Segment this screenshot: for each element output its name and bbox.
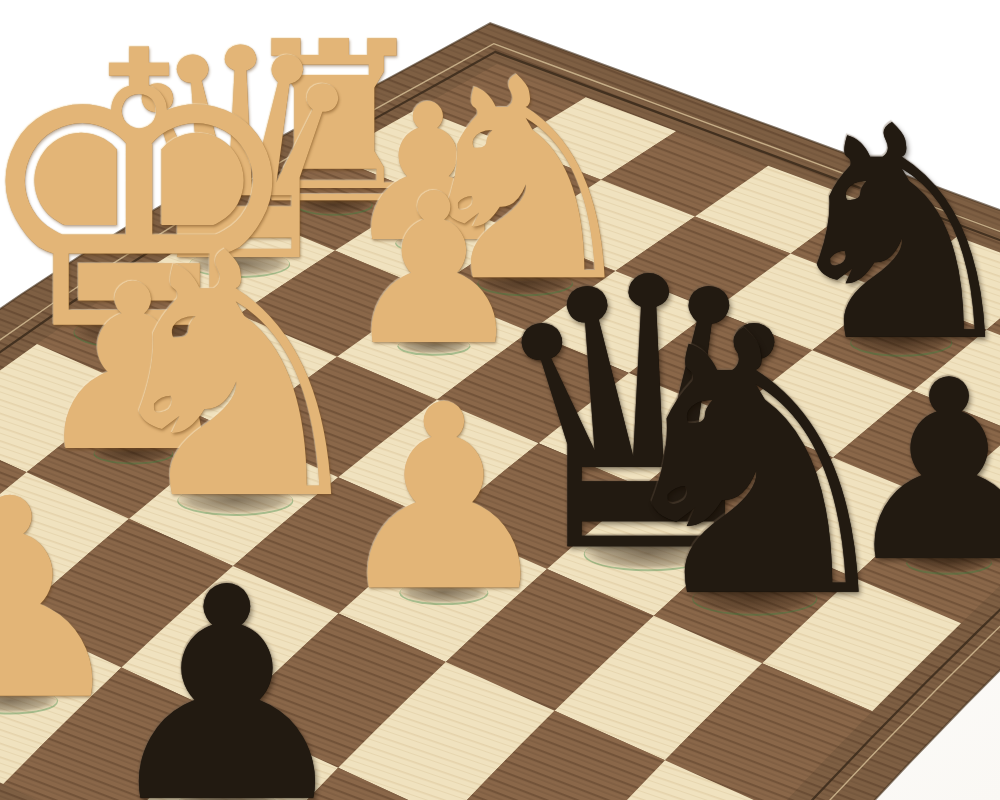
pawn-glyph: ♟ [330, 400, 559, 599]
black-knight: ♞ [593, 326, 918, 608]
white-pawn: ♟ [330, 400, 559, 599]
chess-photo-stage: ♜♟♛♞♚♞♟♟♞♛♟♟♞♟♟ [0, 0, 1000, 800]
knight-glyph: ♞ [593, 326, 918, 608]
pawn-glyph: ♟ [95, 582, 359, 800]
black-pawn: ♟ [95, 582, 359, 800]
